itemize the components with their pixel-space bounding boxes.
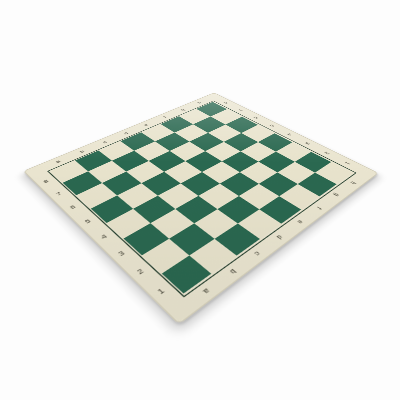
chess-board: abcdefgh abcdefgh 87654321 87654321 [23, 93, 379, 325]
playing-area [50, 102, 353, 294]
photo-background: abcdefgh abcdefgh 87654321 87654321 [0, 0, 400, 400]
